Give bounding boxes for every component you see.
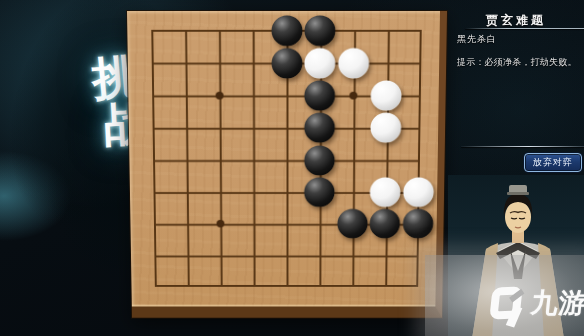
go-board [127, 11, 447, 318]
watermark-text: 九游 [529, 285, 584, 321]
black-stone [403, 209, 434, 238]
black-stone [304, 177, 335, 207]
ninegame-logo-icon [489, 286, 523, 319]
hint-text: 提示：必须净杀，打劫失败。 [457, 56, 577, 69]
white-stone [371, 81, 402, 111]
title-divider [465, 28, 584, 29]
white-stone [305, 48, 336, 78]
black-stone [304, 145, 335, 175]
star-point [349, 92, 357, 100]
watermark: 九游 [425, 255, 584, 336]
star-point [216, 92, 224, 100]
black-stone [337, 209, 368, 238]
black-stone [304, 81, 335, 111]
resign-button[interactable]: 放弃对弈 [524, 153, 582, 172]
black-stone [304, 113, 335, 143]
section-divider [461, 146, 584, 147]
task-text: 黑先杀白 [457, 33, 497, 46]
star-point [217, 220, 225, 228]
app-window: 挑 战 贾玄难题 黑先杀白 提示：必须净杀，打劫失败。 放弃对弈 [0, 0, 584, 336]
board-grid[interactable] [151, 30, 421, 287]
black-stone [305, 15, 336, 46]
white-stone [403, 177, 434, 207]
white-stone [338, 48, 369, 78]
black-stone [271, 48, 302, 78]
white-stone [370, 177, 401, 207]
board-wood [127, 11, 447, 318]
black-stone [370, 209, 401, 238]
white-stone [371, 113, 402, 143]
black-stone [271, 15, 302, 46]
puzzle-title: 贾玄难题 [448, 12, 584, 29]
